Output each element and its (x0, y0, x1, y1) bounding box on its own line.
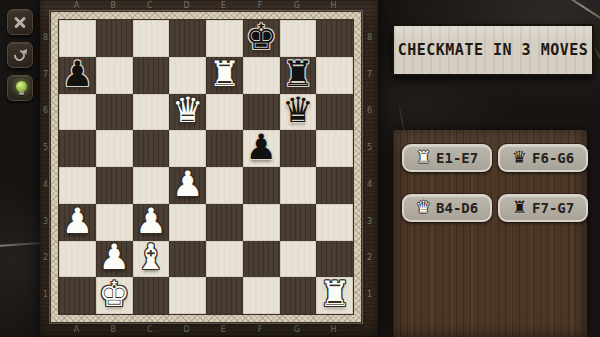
piece-white-pawn-b2[interactable]: ♟ (98, 240, 129, 275)
square-d6[interactable]: ♛ (169, 94, 206, 131)
piece-black-pawn-a7[interactable]: ♟ (62, 57, 93, 92)
piece-white-pawn-a3[interactable]: ♟ (62, 204, 93, 239)
piece-white-bishop-c2[interactable]: ♝ (135, 240, 166, 275)
piece-white-pawn-d4[interactable]: ♟ (172, 167, 203, 202)
left-toolbar (7, 9, 33, 101)
square-a6[interactable] (59, 94, 96, 131)
board-ranks-right: 87654321 (361, 19, 378, 313)
square-c8[interactable] (133, 20, 170, 57)
square-a3[interactable]: ♟ (59, 204, 96, 241)
square-d5[interactable] (169, 130, 206, 167)
black-queen-icon: ♛ (512, 149, 527, 166)
square-c5[interactable] (133, 130, 170, 167)
coord-label-h: H (315, 0, 352, 11)
move-button-f6-g6[interactable]: ♛F6-G6 (498, 144, 588, 172)
puzzle-objective-sign: CHECKMATE IN 3 MOVES (392, 24, 594, 76)
square-a1[interactable] (59, 277, 96, 314)
square-g2[interactable] (280, 241, 317, 278)
coord-label-3: 3 (361, 203, 378, 240)
square-c7[interactable] (133, 57, 170, 94)
coord-label-f: F (242, 0, 279, 11)
square-c1[interactable] (133, 277, 170, 314)
coord-label-g: G (279, 0, 316, 11)
piece-black-rook-g7[interactable]: ♜ (282, 57, 313, 92)
square-f6[interactable] (243, 94, 280, 131)
move-label: F7-G7 (532, 200, 574, 216)
coord-label-b: B (95, 0, 132, 11)
app-background: ABCDEFGH ABCDEFGH 87654321 87654321 ♚♟♜♜… (0, 0, 600, 337)
square-b8[interactable] (96, 20, 133, 57)
coord-label-e: E (205, 0, 242, 11)
square-e8[interactable] (206, 20, 243, 57)
move-button-e1-e7[interactable]: ♜E1-E7 (402, 144, 492, 172)
piece-black-pawn-f5[interactable]: ♟ (245, 130, 276, 165)
move-button-f7-g7[interactable]: ♜F7-G7 (498, 194, 588, 222)
square-h4[interactable] (316, 167, 353, 204)
move-label: F6-G6 (532, 150, 574, 166)
square-c4[interactable] (133, 167, 170, 204)
coord-label-4: 4 (361, 166, 378, 203)
coord-label-c: C (132, 0, 169, 11)
square-h5[interactable] (316, 130, 353, 167)
piece-white-pawn-c3[interactable]: ♟ (135, 204, 166, 239)
move-button-b4-d6[interactable]: ♛B4-D6 (402, 194, 492, 222)
square-g4[interactable] (280, 167, 317, 204)
move-label: E1-E7 (436, 150, 478, 166)
piece-white-rook-e7[interactable]: ♜ (209, 57, 240, 92)
square-e3[interactable] (206, 204, 243, 241)
square-e1[interactable] (206, 277, 243, 314)
square-e6[interactable] (206, 94, 243, 131)
puzzle-objective-text: CHECKMATE IN 3 MOVES (398, 41, 589, 59)
coord-label-5: 5 (361, 129, 378, 166)
square-f3[interactable] (243, 204, 280, 241)
square-h1[interactable]: ♜ (316, 277, 353, 314)
close-button[interactable] (7, 9, 33, 35)
square-d7[interactable] (169, 57, 206, 94)
square-a8[interactable] (59, 20, 96, 57)
square-d3[interactable] (169, 204, 206, 241)
square-a5[interactable] (59, 130, 96, 167)
coord-label-h: H (315, 322, 352, 337)
square-e2[interactable] (206, 241, 243, 278)
square-g3[interactable] (280, 204, 317, 241)
square-h6[interactable] (316, 94, 353, 131)
coord-label-1: 1 (361, 276, 378, 313)
white-queen-icon: ♛ (416, 199, 431, 216)
square-a2[interactable] (59, 241, 96, 278)
square-b5[interactable] (96, 130, 133, 167)
square-h2[interactable] (316, 241, 353, 278)
square-f4[interactable] (243, 167, 280, 204)
square-e4[interactable] (206, 167, 243, 204)
square-h3[interactable] (316, 204, 353, 241)
coord-label-c: C (132, 322, 169, 337)
coord-label-d: D (168, 322, 205, 337)
square-f2[interactable] (243, 241, 280, 278)
square-c3[interactable]: ♟ (133, 204, 170, 241)
board-files-top: ABCDEFGH (58, 0, 352, 11)
board-files-bottom: ABCDEFGH (58, 322, 352, 337)
square-g7[interactable]: ♜ (280, 57, 317, 94)
square-b4[interactable] (96, 167, 133, 204)
square-d2[interactable] (169, 241, 206, 278)
coord-label-f: F (242, 322, 279, 337)
piece-white-queen-d6[interactable]: ♛ (172, 93, 203, 128)
piece-white-king-b1[interactable]: ♚ (98, 277, 129, 312)
coord-label-d: D (168, 0, 205, 11)
square-f5[interactable]: ♟ (243, 130, 280, 167)
coord-label-b: B (95, 322, 132, 337)
square-c6[interactable] (133, 94, 170, 131)
piece-white-rook-h1[interactable]: ♜ (319, 277, 350, 312)
coord-label-2: 2 (361, 240, 378, 277)
square-g5[interactable] (280, 130, 317, 167)
coord-label-g: G (279, 322, 316, 337)
square-b7[interactable] (96, 57, 133, 94)
move-label: B4-D6 (436, 200, 478, 216)
coord-label-a: A (58, 322, 95, 337)
coord-label-a: A (58, 0, 95, 11)
square-e7[interactable]: ♜ (206, 57, 243, 94)
white-rook-icon: ♜ (416, 149, 431, 166)
square-g8[interactable] (280, 20, 317, 57)
square-f7[interactable] (243, 57, 280, 94)
hint-button[interactable] (7, 75, 33, 101)
lightbulb-base-icon (19, 91, 24, 95)
square-d4[interactable]: ♟ (169, 167, 206, 204)
square-c2[interactable]: ♝ (133, 241, 170, 278)
square-b1[interactable]: ♚ (96, 277, 133, 314)
square-b2[interactable]: ♟ (96, 241, 133, 278)
square-b3[interactable] (96, 204, 133, 241)
black-rook-icon: ♜ (512, 199, 527, 216)
square-g1[interactable] (280, 277, 317, 314)
square-f1[interactable] (243, 277, 280, 314)
coord-label-7: 7 (361, 56, 378, 93)
chess-board-frame: ABCDEFGH ABCDEFGH 87654321 87654321 ♚♟♜♜… (40, 0, 378, 337)
coord-label-e: E (205, 322, 242, 337)
coord-label-6: 6 (361, 93, 378, 130)
square-f8[interactable]: ♚ (243, 20, 280, 57)
square-g6[interactable]: ♛ (280, 94, 317, 131)
coord-label-8: 8 (361, 19, 378, 56)
square-a4[interactable] (59, 167, 96, 204)
piece-black-queen-g6[interactable]: ♛ (282, 93, 313, 128)
square-h8[interactable] (316, 20, 353, 57)
square-d1[interactable] (169, 277, 206, 314)
square-d8[interactable] (169, 20, 206, 57)
square-e5[interactable] (206, 130, 243, 167)
restart-button[interactable] (7, 42, 33, 68)
board-decorative-border: ♚♟♜♜♛♛♟♟♟♟♟♝♚♜ (50, 11, 362, 323)
move-list: ♜E1-E7♛F6-G6♛B4-D6♜F7-G7 (393, 130, 587, 222)
square-h7[interactable] (316, 57, 353, 94)
square-b6[interactable] (96, 94, 133, 131)
square-a7[interactable]: ♟ (59, 57, 96, 94)
move-history-panel: ♜E1-E7♛F6-G6♛B4-D6♜F7-G7 (393, 130, 587, 337)
board-squares: ♚♟♜♜♛♛♟♟♟♟♟♝♚♜ (59, 20, 353, 314)
piece-black-king-f8[interactable]: ♚ (245, 20, 276, 55)
